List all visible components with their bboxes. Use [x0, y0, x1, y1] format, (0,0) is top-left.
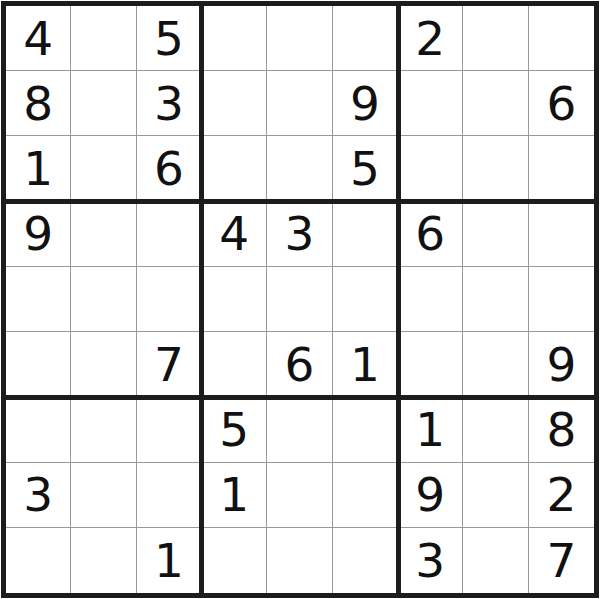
cell-r9c9[interactable]: 7 — [529, 528, 594, 593]
cell-r8c4[interactable]: 1 — [202, 463, 267, 528]
cell-r9c5[interactable] — [267, 528, 332, 593]
cell-r6c9[interactable]: 9 — [529, 332, 594, 397]
cell-r7c1[interactable] — [6, 397, 71, 462]
cell-r9c7[interactable]: 3 — [398, 528, 463, 593]
cell-r6c5[interactable]: 6 — [267, 332, 332, 397]
cell-r4c8[interactable] — [463, 202, 528, 267]
cell-r5c3[interactable] — [137, 267, 202, 332]
cell-r1c8[interactable] — [463, 6, 528, 71]
cell-r3c2[interactable] — [71, 136, 136, 201]
cell-r5c8[interactable] — [463, 267, 528, 332]
cell-r9c4[interactable] — [202, 528, 267, 593]
cell-r2c9[interactable]: 6 — [529, 71, 594, 136]
cell-r1c3[interactable]: 5 — [137, 6, 202, 71]
cell-r3c4[interactable] — [202, 136, 267, 201]
cell-r8c9[interactable]: 2 — [529, 463, 594, 528]
cell-r7c7[interactable]: 1 — [398, 397, 463, 462]
cell-r7c4[interactable]: 5 — [202, 397, 267, 462]
cell-r1c9[interactable] — [529, 6, 594, 71]
cell-r3c8[interactable] — [463, 136, 528, 201]
cell-r8c7[interactable]: 9 — [398, 463, 463, 528]
cell-r3c1[interactable]: 1 — [6, 136, 71, 201]
cell-r8c6[interactable] — [333, 463, 398, 528]
cell-r6c6[interactable]: 1 — [333, 332, 398, 397]
cell-r4c3[interactable] — [137, 202, 202, 267]
cell-r2c8[interactable] — [463, 71, 528, 136]
cell-r4c1[interactable]: 9 — [6, 202, 71, 267]
cell-r7c8[interactable] — [463, 397, 528, 462]
cell-r2c5[interactable] — [267, 71, 332, 136]
cell-r4c5[interactable]: 3 — [267, 202, 332, 267]
cell-r8c8[interactable] — [463, 463, 528, 528]
cell-r4c4[interactable]: 4 — [202, 202, 267, 267]
cell-r9c2[interactable] — [71, 528, 136, 593]
cell-r1c5[interactable] — [267, 6, 332, 71]
cell-r5c5[interactable] — [267, 267, 332, 332]
cell-r7c5[interactable] — [267, 397, 332, 462]
cell-r4c7[interactable]: 6 — [398, 202, 463, 267]
cell-r2c7[interactable] — [398, 71, 463, 136]
cell-r4c6[interactable] — [333, 202, 398, 267]
cell-r7c3[interactable] — [137, 397, 202, 462]
cell-r4c9[interactable] — [529, 202, 594, 267]
cell-r2c3[interactable]: 3 — [137, 71, 202, 136]
cell-r8c5[interactable] — [267, 463, 332, 528]
cell-r5c7[interactable] — [398, 267, 463, 332]
cell-r3c6[interactable]: 5 — [333, 136, 398, 201]
cell-r6c2[interactable] — [71, 332, 136, 397]
cell-r1c7[interactable]: 2 — [398, 6, 463, 71]
cell-r9c3[interactable]: 1 — [137, 528, 202, 593]
cell-r2c1[interactable]: 8 — [6, 71, 71, 136]
cell-r6c8[interactable] — [463, 332, 528, 397]
cell-r1c4[interactable] — [202, 6, 267, 71]
cell-r2c4[interactable] — [202, 71, 267, 136]
cell-r3c3[interactable]: 6 — [137, 136, 202, 201]
cell-r8c2[interactable] — [71, 463, 136, 528]
cell-r9c8[interactable] — [463, 528, 528, 593]
cell-r1c1[interactable]: 4 — [6, 6, 71, 71]
cell-r2c2[interactable] — [71, 71, 136, 136]
cell-r5c1[interactable] — [6, 267, 71, 332]
cell-r1c6[interactable] — [333, 6, 398, 71]
cell-r2c6[interactable]: 9 — [333, 71, 398, 136]
cell-r5c9[interactable] — [529, 267, 594, 332]
cell-r8c1[interactable]: 3 — [6, 463, 71, 528]
sudoku-grid: 4528396165943676195183192137 — [6, 6, 594, 593]
cell-r5c4[interactable] — [202, 267, 267, 332]
cell-r3c9[interactable] — [529, 136, 594, 201]
cell-r5c6[interactable] — [333, 267, 398, 332]
cell-r7c2[interactable] — [71, 397, 136, 462]
cell-r3c5[interactable] — [267, 136, 332, 201]
cell-r7c9[interactable]: 8 — [529, 397, 594, 462]
cell-r6c3[interactable]: 7 — [137, 332, 202, 397]
cell-r9c1[interactable] — [6, 528, 71, 593]
cell-r6c7[interactable] — [398, 332, 463, 397]
cell-r3c7[interactable] — [398, 136, 463, 201]
cell-r7c6[interactable] — [333, 397, 398, 462]
cell-r5c2[interactable] — [71, 267, 136, 332]
cell-r8c3[interactable] — [137, 463, 202, 528]
cell-r1c2[interactable] — [71, 6, 136, 71]
cell-r6c4[interactable] — [202, 332, 267, 397]
sudoku-board: 4528396165943676195183192137 — [1, 1, 599, 598]
cell-r6c1[interactable] — [6, 332, 71, 397]
cell-r9c6[interactable] — [333, 528, 398, 593]
cell-r4c2[interactable] — [71, 202, 136, 267]
